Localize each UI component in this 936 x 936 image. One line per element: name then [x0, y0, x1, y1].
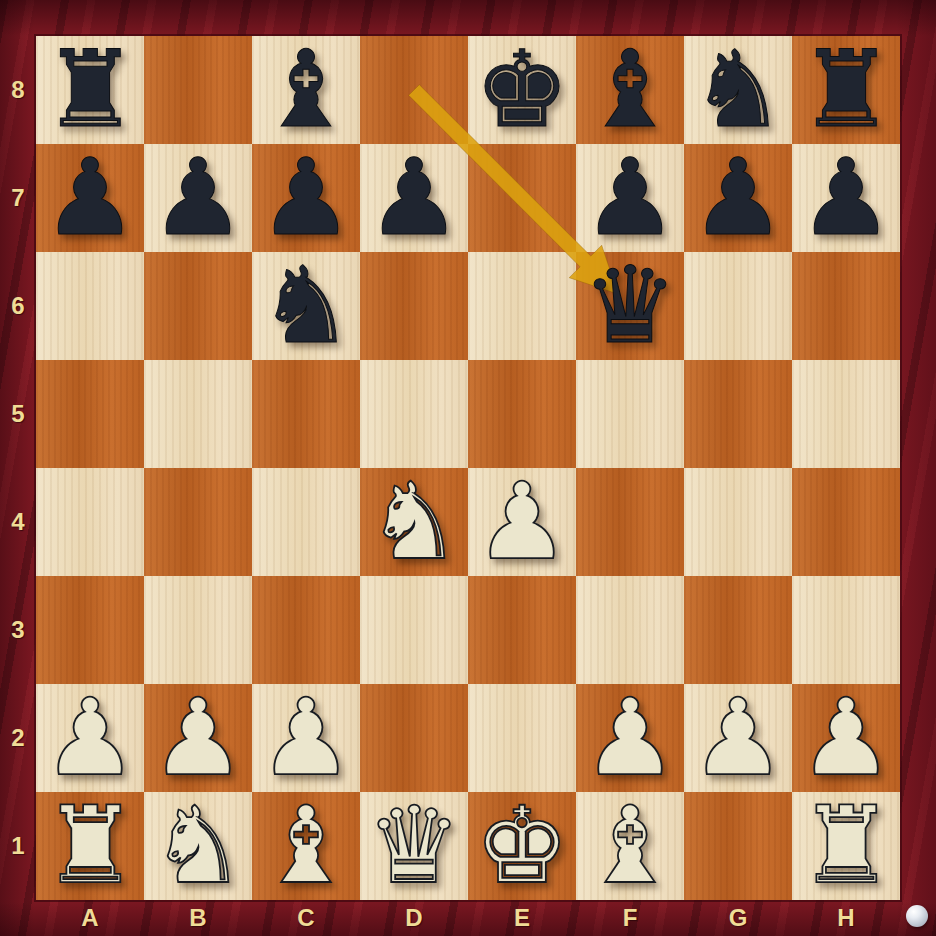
square-h7[interactable]: ♟	[792, 144, 900, 252]
square-a6[interactable]	[36, 252, 144, 360]
square-e3[interactable]	[468, 576, 576, 684]
piece-black-bishop-c8[interactable]: ♝	[258, 36, 353, 144]
square-a3[interactable]	[36, 576, 144, 684]
piece-white-king-e1[interactable]: ♚	[474, 792, 569, 900]
square-f3[interactable]	[576, 576, 684, 684]
square-c1[interactable]: ♝	[252, 792, 360, 900]
rank-label-1: 1	[0, 792, 36, 900]
square-g2[interactable]: ♟	[684, 684, 792, 792]
piece-black-pawn-h7[interactable]: ♟	[798, 144, 893, 252]
square-h6[interactable]	[792, 252, 900, 360]
piece-white-queen-d1[interactable]: ♛	[366, 792, 461, 900]
square-b1[interactable]: ♞	[144, 792, 252, 900]
piece-white-pawn-f2[interactable]: ♟	[582, 684, 677, 792]
piece-white-rook-a1[interactable]: ♜	[42, 792, 137, 900]
square-e7[interactable]	[468, 144, 576, 252]
piece-black-rook-h8[interactable]: ♜	[798, 36, 893, 144]
board: ♜♝♚♝♞♜♟♟♟♟♟♟♟♞♛♞♟♟♟♟♟♟♟♜♞♝♛♚♝♜	[36, 36, 900, 900]
square-h4[interactable]	[792, 468, 900, 576]
square-e8[interactable]: ♚	[468, 36, 576, 144]
piece-black-pawn-a7[interactable]: ♟	[42, 144, 137, 252]
square-a7[interactable]: ♟	[36, 144, 144, 252]
square-c8[interactable]: ♝	[252, 36, 360, 144]
square-b8[interactable]	[144, 36, 252, 144]
square-a1[interactable]: ♜	[36, 792, 144, 900]
piece-white-bishop-f1[interactable]: ♝	[582, 792, 677, 900]
piece-white-knight-b1[interactable]: ♞	[150, 792, 245, 900]
square-a5[interactable]	[36, 360, 144, 468]
rank-label-8: 8	[0, 36, 36, 144]
square-e6[interactable]	[468, 252, 576, 360]
square-f5[interactable]	[576, 360, 684, 468]
square-d4[interactable]: ♞	[360, 468, 468, 576]
square-d3[interactable]	[360, 576, 468, 684]
square-g8[interactable]: ♞	[684, 36, 792, 144]
square-f7[interactable]: ♟	[576, 144, 684, 252]
square-b7[interactable]: ♟	[144, 144, 252, 252]
square-c3[interactable]	[252, 576, 360, 684]
piece-white-pawn-e4[interactable]: ♟	[474, 468, 569, 576]
square-b4[interactable]	[144, 468, 252, 576]
square-d5[interactable]	[360, 360, 468, 468]
square-f1[interactable]: ♝	[576, 792, 684, 900]
piece-black-pawn-c7[interactable]: ♟	[258, 144, 353, 252]
piece-white-rook-h1[interactable]: ♜	[798, 792, 893, 900]
square-e2[interactable]	[468, 684, 576, 792]
square-h8[interactable]: ♜	[792, 36, 900, 144]
square-d8[interactable]	[360, 36, 468, 144]
square-e1[interactable]: ♚	[468, 792, 576, 900]
square-c7[interactable]: ♟	[252, 144, 360, 252]
rank-label-2: 2	[0, 684, 36, 792]
square-d7[interactable]: ♟	[360, 144, 468, 252]
square-d2[interactable]	[360, 684, 468, 792]
square-f8[interactable]: ♝	[576, 36, 684, 144]
square-b6[interactable]	[144, 252, 252, 360]
square-h2[interactable]: ♟	[792, 684, 900, 792]
square-g4[interactable]	[684, 468, 792, 576]
piece-black-bishop-f8[interactable]: ♝	[582, 36, 677, 144]
square-d6[interactable]	[360, 252, 468, 360]
piece-black-pawn-f7[interactable]: ♟	[582, 144, 677, 252]
rank-label-3: 3	[0, 576, 36, 684]
rank-label-4: 4	[0, 468, 36, 576]
square-c2[interactable]: ♟	[252, 684, 360, 792]
square-a2[interactable]: ♟	[36, 684, 144, 792]
square-e5[interactable]	[468, 360, 576, 468]
piece-black-knight-g8[interactable]: ♞	[690, 36, 785, 144]
rank-labels: 87654321	[0, 36, 36, 900]
square-c4[interactable]	[252, 468, 360, 576]
piece-black-pawn-b7[interactable]: ♟	[150, 144, 245, 252]
rank-label-7: 7	[0, 144, 36, 252]
square-g3[interactable]	[684, 576, 792, 684]
piece-white-knight-d4[interactable]: ♞	[366, 468, 461, 576]
square-f2[interactable]: ♟	[576, 684, 684, 792]
square-b5[interactable]	[144, 360, 252, 468]
square-b3[interactable]	[144, 576, 252, 684]
piece-black-knight-c6[interactable]: ♞	[258, 252, 353, 360]
piece-black-pawn-g7[interactable]: ♟	[690, 144, 785, 252]
square-c5[interactable]	[252, 360, 360, 468]
rank-label-5: 5	[0, 360, 36, 468]
piece-black-queen-f6[interactable]: ♛	[582, 252, 677, 360]
rank-label-6: 6	[0, 252, 36, 360]
square-a4[interactable]	[36, 468, 144, 576]
square-e4[interactable]: ♟	[468, 468, 576, 576]
square-c6[interactable]: ♞	[252, 252, 360, 360]
file-label-g: G	[684, 900, 792, 936]
piece-white-pawn-a2[interactable]: ♟	[42, 684, 137, 792]
piece-white-pawn-b2[interactable]: ♟	[150, 684, 245, 792]
square-g5[interactable]	[684, 360, 792, 468]
square-a8[interactable]: ♜	[36, 36, 144, 144]
piece-black-pawn-d7[interactable]: ♟	[366, 144, 461, 252]
piece-black-rook-a8[interactable]: ♜	[42, 36, 137, 144]
piece-black-king-e8[interactable]: ♚	[474, 36, 569, 144]
square-g6[interactable]	[684, 252, 792, 360]
square-h5[interactable]	[792, 360, 900, 468]
square-d1[interactable]: ♛	[360, 792, 468, 900]
piece-white-pawn-h2[interactable]: ♟	[798, 684, 893, 792]
piece-white-pawn-c2[interactable]: ♟	[258, 684, 353, 792]
board-frame: ♜♝♚♝♞♜♟♟♟♟♟♟♟♞♛♞♟♟♟♟♟♟♟♜♞♝♛♚♝♜ 87654321 …	[0, 0, 936, 936]
piece-white-pawn-g2[interactable]: ♟	[690, 684, 785, 792]
square-f4[interactable]	[576, 468, 684, 576]
square-g1[interactable]	[684, 792, 792, 900]
square-h3[interactable]	[792, 576, 900, 684]
square-f6[interactable]: ♛	[576, 252, 684, 360]
glossy-ball-decoration	[906, 905, 928, 927]
square-h1[interactable]: ♜	[792, 792, 900, 900]
piece-white-bishop-c1[interactable]: ♝	[258, 792, 353, 900]
square-g7[interactable]: ♟	[684, 144, 792, 252]
square-b2[interactable]: ♟	[144, 684, 252, 792]
